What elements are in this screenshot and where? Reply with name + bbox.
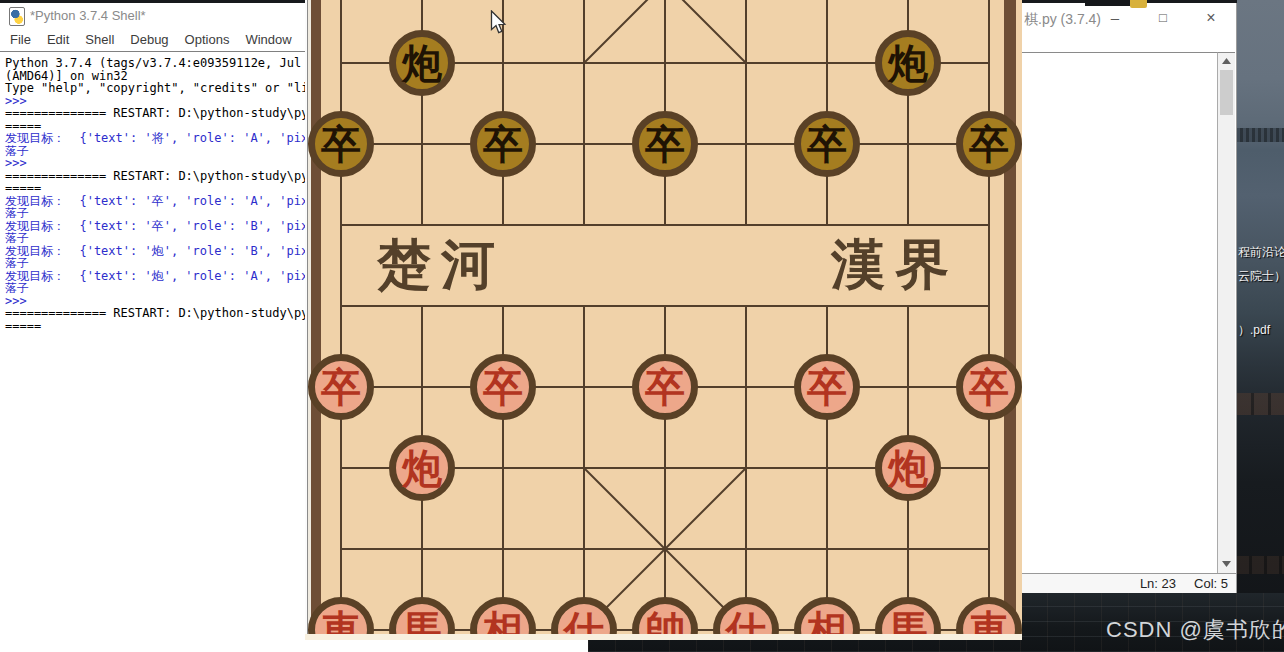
background-window-edge — [1085, 0, 1130, 6]
piece-black-炮[interactable]: 炮 — [389, 30, 455, 96]
piece-black-卒[interactable]: 卒 — [956, 111, 1022, 177]
piece-glyph: 卒 — [645, 125, 685, 165]
xiangqi-board-window[interactable]: 楚河 漢界 炮炮卒卒卒卒卒卒卒卒卒卒炮炮車馬相仕帥仕相馬車 — [305, 0, 1022, 640]
status-line-number: Ln: 23 — [1140, 576, 1176, 591]
menu-item-edit[interactable]: Edit — [39, 32, 77, 47]
piece-red-卒[interactable]: 卒 — [470, 354, 536, 420]
editor-scrollbar[interactable] — [1218, 52, 1235, 573]
piece-black-卒[interactable]: 卒 — [308, 111, 374, 177]
piece-black-卒[interactable]: 卒 — [632, 111, 698, 177]
minimize-button[interactable]: – — [1100, 7, 1130, 29]
desktop-icon-label[interactable]: 程前沿论坛 — [1238, 244, 1284, 261]
close-button[interactable]: × — [1196, 7, 1226, 29]
maximize-button[interactable]: □ — [1148, 7, 1178, 29]
desktop-icon-label[interactable]: 云院士）. — [1238, 268, 1284, 285]
piece-red-炮[interactable]: 炮 — [875, 435, 941, 501]
piece-glyph: 炮 — [888, 449, 928, 489]
menu-item-window[interactable]: Window — [237, 32, 299, 47]
editor-window-title: 棋.py (3.7.4) — [1024, 11, 1101, 29]
idle-app-icon — [9, 7, 25, 26]
piece-glyph: 卒 — [321, 368, 361, 408]
piece-red-卒[interactable]: 卒 — [308, 354, 374, 420]
mouse-cursor-icon — [490, 10, 507, 39]
piece-glyph: 卒 — [807, 125, 847, 165]
piece-glyph: 卒 — [969, 368, 1009, 408]
piece-glyph: 卒 — [969, 125, 1009, 165]
wallpaper-brick-band — [1237, 556, 1284, 574]
editor-window[interactable]: 棋.py (3.7.4) – □ × Ln: 23 Col: 5 — [1022, 3, 1237, 593]
piece-glyph: 卒 — [483, 125, 523, 165]
piece-glyph: 炮 — [888, 44, 928, 84]
shell-window-title: *Python 3.7.4 Shell* — [30, 8, 146, 23]
piece-black-卒[interactable]: 卒 — [794, 111, 860, 177]
watermark-text: CSDN @虞书欣的6 — [1106, 615, 1284, 645]
piece-glyph: 炮 — [402, 44, 442, 84]
piece-red-卒[interactable]: 卒 — [632, 354, 698, 420]
menu-item-file[interactable]: File — [2, 32, 39, 47]
desktop-labels: 程前沿论坛云院士）.）.pdf — [1238, 0, 1284, 400]
piece-black-卒[interactable]: 卒 — [470, 111, 536, 177]
board-window-bottom-edge — [305, 634, 1022, 640]
pieces-layer: 炮炮卒卒卒卒卒卒卒卒卒卒炮炮車馬相仕帥仕相馬車 — [305, 0, 1022, 640]
piece-glyph: 卒 — [645, 368, 685, 408]
editor-text-area[interactable] — [1022, 52, 1218, 573]
editor-titlebar[interactable]: 棋.py (3.7.4) – □ × — [1022, 3, 1236, 33]
piece-glyph: 炮 — [402, 449, 442, 489]
editor-statusbar: Ln: 23 Col: 5 — [1022, 573, 1236, 593]
desktop: { "game": "xiangqi", "position": { "fen"… — [0, 0, 1284, 652]
menu-item-options[interactable]: Options — [177, 32, 238, 47]
menu-item-debug[interactable]: Debug — [122, 32, 176, 47]
scrollbar-thumb[interactable] — [1220, 70, 1233, 115]
piece-glyph: 卒 — [483, 368, 523, 408]
piece-red-炮[interactable]: 炮 — [389, 435, 455, 501]
menu-item-shell[interactable]: Shell — [77, 32, 122, 47]
piece-glyph: 卒 — [807, 368, 847, 408]
folder-icon — [1130, 0, 1147, 8]
scroll-up-icon[interactable] — [1218, 53, 1235, 70]
desktop-icon-label[interactable]: ）.pdf — [1238, 322, 1270, 339]
piece-red-卒[interactable]: 卒 — [794, 354, 860, 420]
status-col-number: Col: 5 — [1194, 576, 1228, 591]
piece-red-卒[interactable]: 卒 — [956, 354, 1022, 420]
piece-glyph: 卒 — [321, 125, 361, 165]
piece-black-炮[interactable]: 炮 — [875, 30, 941, 96]
scroll-down-icon[interactable] — [1218, 556, 1235, 573]
